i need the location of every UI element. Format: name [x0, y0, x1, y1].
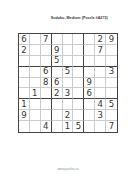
cell-r9c7-empty[interactable] — [84, 121, 95, 132]
cell-r2c1-given: 2 — [19, 45, 30, 56]
cell-r1c1-given: 6 — [19, 34, 30, 45]
cell-r1c7-empty[interactable] — [84, 34, 95, 45]
footer-url: www.puzzles.ca — [57, 167, 78, 170]
cell-r1c2-empty[interactable] — [30, 34, 41, 45]
cell-r4c2-empty[interactable] — [30, 67, 41, 78]
cell-r6c2-given: 1 — [30, 88, 41, 99]
cell-r8c2-empty[interactable] — [30, 110, 41, 121]
cell-r6c8-empty[interactable] — [95, 88, 106, 99]
cell-r9c2-empty[interactable] — [30, 121, 41, 132]
cell-r3c8-empty[interactable] — [95, 56, 106, 67]
cell-r3c2-empty[interactable] — [30, 56, 41, 67]
cell-r6c6-empty[interactable] — [73, 88, 84, 99]
cell-r9c5-given: 1 — [63, 121, 74, 132]
cell-r9c4-empty[interactable] — [52, 121, 63, 132]
cell-r7c9-given: 5 — [106, 99, 117, 110]
sudoku-board: 6729297565386912361459234157 — [18, 33, 118, 133]
footer-wrap: www.puzzles.ca — [0, 161, 136, 176]
cell-r3c7-empty[interactable] — [84, 56, 95, 67]
cell-r4c8-empty[interactable] — [95, 67, 106, 78]
cell-r2c6-empty[interactable] — [73, 45, 84, 56]
cell-r9c6-given: 5 — [73, 121, 84, 132]
cell-r8c5-given: 2 — [63, 110, 74, 121]
cell-r2c9-empty[interactable] — [106, 45, 117, 56]
page-title-wrap: Sudoku, Medium (Puzzle #A273) — [0, 11, 136, 29]
cell-r2c3-empty[interactable] — [41, 45, 52, 56]
cell-r4c3-given: 6 — [41, 67, 52, 78]
cell-r3c5-empty[interactable] — [63, 56, 74, 67]
cell-r7c1-given: 1 — [19, 99, 30, 110]
cell-r4c5-given: 5 — [63, 67, 74, 78]
cell-r7c5-empty[interactable] — [63, 99, 74, 110]
cell-r4c7-empty[interactable] — [84, 67, 95, 78]
cell-r2c2-empty[interactable] — [30, 45, 41, 56]
cell-r5c5-empty[interactable] — [63, 78, 74, 89]
cell-r9c3-given: 4 — [41, 121, 52, 132]
cell-r6c3-empty[interactable] — [41, 88, 52, 99]
cell-r6c1-empty[interactable] — [19, 88, 30, 99]
cell-r7c2-empty[interactable] — [30, 99, 41, 110]
cell-r5c3-given: 8 — [41, 78, 52, 89]
cell-r9c1-empty[interactable] — [19, 121, 30, 132]
cell-r3c9-empty[interactable] — [106, 56, 117, 67]
cell-r8c6-empty[interactable] — [73, 110, 84, 121]
cell-r5c4-given: 6 — [52, 78, 63, 89]
cell-r5c8-empty[interactable] — [95, 78, 106, 89]
cell-r7c3-empty[interactable] — [41, 99, 52, 110]
cell-r2c8-given: 7 — [95, 45, 106, 56]
cell-r1c6-empty[interactable] — [73, 34, 84, 45]
cell-r5c1-empty[interactable] — [19, 78, 30, 89]
cell-r1c3-given: 7 — [41, 34, 52, 45]
cell-r1c8-given: 2 — [95, 34, 106, 45]
cell-r6c5-given: 3 — [63, 88, 74, 99]
cell-r8c3-empty[interactable] — [41, 110, 52, 121]
cell-r2c5-empty[interactable] — [63, 45, 74, 56]
cell-r1c9-given: 9 — [106, 34, 117, 45]
cell-r7c8-given: 4 — [95, 99, 106, 110]
cell-r3c6-empty[interactable] — [73, 56, 84, 67]
cell-r5c7-given: 9 — [84, 78, 95, 89]
cell-r8c1-given: 9 — [19, 110, 30, 121]
cell-r5c2-empty[interactable] — [30, 78, 41, 89]
cell-r6c7-given: 6 — [84, 88, 95, 99]
cell-r8c7-empty[interactable] — [84, 110, 95, 121]
cell-r1c4-empty[interactable] — [52, 34, 63, 45]
cell-r7c7-empty[interactable] — [84, 99, 95, 110]
cell-r3c4-given: 5 — [52, 56, 63, 67]
cell-r4c1-empty[interactable] — [19, 67, 30, 78]
cell-r2c7-empty[interactable] — [84, 45, 95, 56]
page-title: Sudoku, Medium (Puzzle #A273) — [51, 16, 108, 20]
cell-r8c9-empty[interactable] — [106, 110, 117, 121]
cell-r5c6-empty[interactable] — [73, 78, 84, 89]
cell-r9c9-given: 7 — [106, 121, 117, 132]
cell-r6c4-given: 2 — [52, 88, 63, 99]
cell-r3c3-empty[interactable] — [41, 56, 52, 67]
cell-r4c4-empty[interactable] — [52, 67, 63, 78]
cell-r2c4-given: 9 — [52, 45, 63, 56]
cell-r5c9-empty[interactable] — [106, 78, 117, 89]
cell-r6c9-empty[interactable] — [106, 88, 117, 99]
cell-r1c5-empty[interactable] — [63, 34, 74, 45]
cell-r7c4-empty[interactable] — [52, 99, 63, 110]
cell-r4c9-given: 3 — [106, 67, 117, 78]
cell-r9c8-empty[interactable] — [95, 121, 106, 132]
cell-r7c6-empty[interactable] — [73, 99, 84, 110]
cell-r3c1-empty[interactable] — [19, 56, 30, 67]
cell-r8c8-given: 3 — [95, 110, 106, 121]
cell-r4c6-empty[interactable] — [73, 67, 84, 78]
cell-r8c4-empty[interactable] — [52, 110, 63, 121]
